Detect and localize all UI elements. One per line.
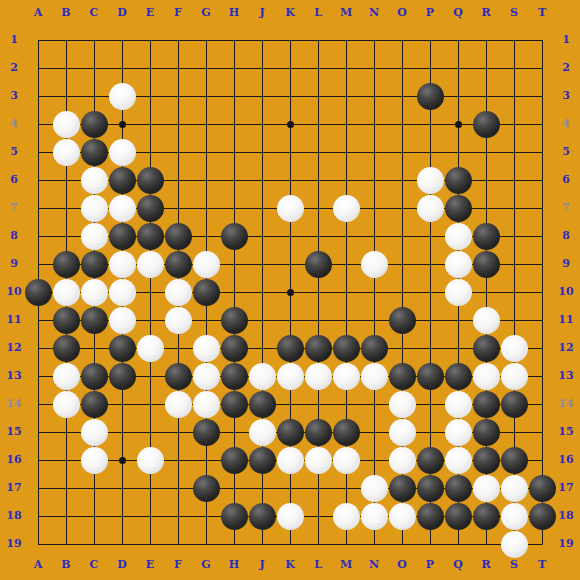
intersection-P10[interactable] <box>416 278 444 306</box>
intersection-D13[interactable] <box>108 362 136 390</box>
intersection-A17[interactable] <box>24 474 52 502</box>
intersection-F19[interactable] <box>164 530 192 558</box>
intersection-H17[interactable] <box>220 474 248 502</box>
intersection-A9[interactable] <box>24 250 52 278</box>
intersection-P15[interactable] <box>416 418 444 446</box>
intersection-F1[interactable] <box>164 26 192 54</box>
intersection-L5[interactable] <box>304 138 332 166</box>
intersection-D19[interactable] <box>108 530 136 558</box>
intersection-P16[interactable] <box>416 446 444 474</box>
intersection-M1[interactable] <box>332 26 360 54</box>
intersection-R19[interactable] <box>472 530 500 558</box>
intersection-Q17[interactable] <box>444 474 472 502</box>
intersection-L13[interactable] <box>304 362 332 390</box>
intersection-T17[interactable] <box>528 474 556 502</box>
intersection-G1[interactable] <box>192 26 220 54</box>
intersection-S18[interactable] <box>500 502 528 530</box>
intersection-H19[interactable] <box>220 530 248 558</box>
intersection-J17[interactable] <box>248 474 276 502</box>
intersection-A4[interactable] <box>24 110 52 138</box>
intersection-T11[interactable] <box>528 306 556 334</box>
intersection-T3[interactable] <box>528 82 556 110</box>
intersection-K19[interactable] <box>276 530 304 558</box>
intersection-P3[interactable] <box>416 82 444 110</box>
intersection-G13[interactable] <box>192 362 220 390</box>
intersection-J3[interactable] <box>248 82 276 110</box>
intersection-S5[interactable] <box>500 138 528 166</box>
intersection-R14[interactable] <box>472 390 500 418</box>
intersection-F9[interactable] <box>164 250 192 278</box>
intersection-A19[interactable] <box>24 530 52 558</box>
intersection-H3[interactable] <box>220 82 248 110</box>
intersection-G17[interactable] <box>192 474 220 502</box>
intersection-P8[interactable] <box>416 222 444 250</box>
intersection-C2[interactable] <box>80 54 108 82</box>
intersection-F7[interactable] <box>164 194 192 222</box>
intersection-T4[interactable] <box>528 110 556 138</box>
intersection-P9[interactable] <box>416 250 444 278</box>
intersection-J9[interactable] <box>248 250 276 278</box>
intersection-G2[interactable] <box>192 54 220 82</box>
intersection-C13[interactable] <box>80 362 108 390</box>
intersection-H15[interactable] <box>220 418 248 446</box>
intersection-S13[interactable] <box>500 362 528 390</box>
intersection-T8[interactable] <box>528 222 556 250</box>
intersection-H7[interactable] <box>220 194 248 222</box>
intersection-N15[interactable] <box>360 418 388 446</box>
intersection-D2[interactable] <box>108 54 136 82</box>
intersection-P17[interactable] <box>416 474 444 502</box>
intersection-M2[interactable] <box>332 54 360 82</box>
intersection-L6[interactable] <box>304 166 332 194</box>
intersection-N18[interactable] <box>360 502 388 530</box>
intersection-J6[interactable] <box>248 166 276 194</box>
intersection-F6[interactable] <box>164 166 192 194</box>
intersection-B6[interactable] <box>52 166 80 194</box>
intersection-Q18[interactable] <box>444 502 472 530</box>
intersection-K2[interactable] <box>276 54 304 82</box>
intersection-C14[interactable] <box>80 390 108 418</box>
intersection-E14[interactable] <box>136 390 164 418</box>
intersection-J11[interactable] <box>248 306 276 334</box>
intersection-H4[interactable] <box>220 110 248 138</box>
intersection-J2[interactable] <box>248 54 276 82</box>
intersection-O4[interactable] <box>388 110 416 138</box>
intersection-S14[interactable] <box>500 390 528 418</box>
intersection-F17[interactable] <box>164 474 192 502</box>
intersection-K11[interactable] <box>276 306 304 334</box>
intersection-L16[interactable] <box>304 446 332 474</box>
intersection-E3[interactable] <box>136 82 164 110</box>
intersection-J19[interactable] <box>248 530 276 558</box>
intersection-S7[interactable] <box>500 194 528 222</box>
intersection-J5[interactable] <box>248 138 276 166</box>
intersection-H12[interactable] <box>220 334 248 362</box>
intersection-C8[interactable] <box>80 222 108 250</box>
intersection-L17[interactable] <box>304 474 332 502</box>
intersection-M11[interactable] <box>332 306 360 334</box>
intersection-R16[interactable] <box>472 446 500 474</box>
intersection-H18[interactable] <box>220 502 248 530</box>
intersection-L9[interactable] <box>304 250 332 278</box>
intersection-M17[interactable] <box>332 474 360 502</box>
intersection-L2[interactable] <box>304 54 332 82</box>
intersection-B15[interactable] <box>52 418 80 446</box>
intersection-P2[interactable] <box>416 54 444 82</box>
intersection-S3[interactable] <box>500 82 528 110</box>
intersection-O19[interactable] <box>388 530 416 558</box>
intersection-A16[interactable] <box>24 446 52 474</box>
intersection-O13[interactable] <box>388 362 416 390</box>
intersection-P6[interactable] <box>416 166 444 194</box>
intersection-L11[interactable] <box>304 306 332 334</box>
intersection-D3[interactable] <box>108 82 136 110</box>
intersection-F13[interactable] <box>164 362 192 390</box>
intersection-N16[interactable] <box>360 446 388 474</box>
intersection-K13[interactable] <box>276 362 304 390</box>
intersection-N6[interactable] <box>360 166 388 194</box>
intersection-R12[interactable] <box>472 334 500 362</box>
intersection-K3[interactable] <box>276 82 304 110</box>
intersection-G18[interactable] <box>192 502 220 530</box>
intersection-A13[interactable] <box>24 362 52 390</box>
intersection-J15[interactable] <box>248 418 276 446</box>
intersection-H13[interactable] <box>220 362 248 390</box>
intersection-Q12[interactable] <box>444 334 472 362</box>
intersection-S6[interactable] <box>500 166 528 194</box>
intersection-Q9[interactable] <box>444 250 472 278</box>
intersection-O3[interactable] <box>388 82 416 110</box>
intersection-M10[interactable] <box>332 278 360 306</box>
intersection-P7[interactable] <box>416 194 444 222</box>
intersection-P11[interactable] <box>416 306 444 334</box>
intersection-T18[interactable] <box>528 502 556 530</box>
intersection-M9[interactable] <box>332 250 360 278</box>
intersection-B18[interactable] <box>52 502 80 530</box>
intersection-G4[interactable] <box>192 110 220 138</box>
intersection-J16[interactable] <box>248 446 276 474</box>
intersection-R9[interactable] <box>472 250 500 278</box>
intersection-H10[interactable] <box>220 278 248 306</box>
intersection-D17[interactable] <box>108 474 136 502</box>
intersection-P19[interactable] <box>416 530 444 558</box>
intersection-O11[interactable] <box>388 306 416 334</box>
intersection-T15[interactable] <box>528 418 556 446</box>
intersection-N13[interactable] <box>360 362 388 390</box>
intersection-A7[interactable] <box>24 194 52 222</box>
intersection-O16[interactable] <box>388 446 416 474</box>
intersection-F18[interactable] <box>164 502 192 530</box>
intersection-D14[interactable] <box>108 390 136 418</box>
intersection-T1[interactable] <box>528 26 556 54</box>
intersection-E11[interactable] <box>136 306 164 334</box>
intersection-B2[interactable] <box>52 54 80 82</box>
intersection-O8[interactable] <box>388 222 416 250</box>
intersection-M7[interactable] <box>332 194 360 222</box>
intersection-N2[interactable] <box>360 54 388 82</box>
intersection-S15[interactable] <box>500 418 528 446</box>
intersection-E8[interactable] <box>136 222 164 250</box>
intersection-B13[interactable] <box>52 362 80 390</box>
intersection-L4[interactable] <box>304 110 332 138</box>
intersection-F15[interactable] <box>164 418 192 446</box>
intersection-C5[interactable] <box>80 138 108 166</box>
intersection-P1[interactable] <box>416 26 444 54</box>
intersection-A1[interactable] <box>24 26 52 54</box>
intersection-Q10[interactable] <box>444 278 472 306</box>
intersection-T12[interactable] <box>528 334 556 362</box>
intersection-J13[interactable] <box>248 362 276 390</box>
intersection-E10[interactable] <box>136 278 164 306</box>
intersection-S17[interactable] <box>500 474 528 502</box>
intersection-R2[interactable] <box>472 54 500 82</box>
intersection-K10[interactable] <box>276 278 304 306</box>
intersection-O15[interactable] <box>388 418 416 446</box>
intersection-M5[interactable] <box>332 138 360 166</box>
intersection-T19[interactable] <box>528 530 556 558</box>
intersection-K12[interactable] <box>276 334 304 362</box>
intersection-D15[interactable] <box>108 418 136 446</box>
intersection-C12[interactable] <box>80 334 108 362</box>
intersection-C10[interactable] <box>80 278 108 306</box>
intersection-P12[interactable] <box>416 334 444 362</box>
intersection-T5[interactable] <box>528 138 556 166</box>
intersection-B16[interactable] <box>52 446 80 474</box>
intersection-E16[interactable] <box>136 446 164 474</box>
intersection-Q1[interactable] <box>444 26 472 54</box>
intersection-F2[interactable] <box>164 54 192 82</box>
intersection-L18[interactable] <box>304 502 332 530</box>
intersection-B9[interactable] <box>52 250 80 278</box>
intersection-K4[interactable] <box>276 110 304 138</box>
intersection-R4[interactable] <box>472 110 500 138</box>
intersection-T10[interactable] <box>528 278 556 306</box>
intersection-E4[interactable] <box>136 110 164 138</box>
intersection-D9[interactable] <box>108 250 136 278</box>
intersection-S1[interactable] <box>500 26 528 54</box>
intersection-C17[interactable] <box>80 474 108 502</box>
intersection-A12[interactable] <box>24 334 52 362</box>
intersection-B10[interactable] <box>52 278 80 306</box>
intersection-R13[interactable] <box>472 362 500 390</box>
intersection-J4[interactable] <box>248 110 276 138</box>
intersection-F8[interactable] <box>164 222 192 250</box>
intersection-D12[interactable] <box>108 334 136 362</box>
intersection-M6[interactable] <box>332 166 360 194</box>
intersection-Q16[interactable] <box>444 446 472 474</box>
intersection-S9[interactable] <box>500 250 528 278</box>
intersection-A18[interactable] <box>24 502 52 530</box>
intersection-G9[interactable] <box>192 250 220 278</box>
intersection-J1[interactable] <box>248 26 276 54</box>
intersection-P13[interactable] <box>416 362 444 390</box>
intersection-M14[interactable] <box>332 390 360 418</box>
intersection-T13[interactable] <box>528 362 556 390</box>
intersection-A2[interactable] <box>24 54 52 82</box>
intersection-E12[interactable] <box>136 334 164 362</box>
intersection-N1[interactable] <box>360 26 388 54</box>
intersection-L14[interactable] <box>304 390 332 418</box>
intersection-O5[interactable] <box>388 138 416 166</box>
intersection-C9[interactable] <box>80 250 108 278</box>
intersection-N12[interactable] <box>360 334 388 362</box>
intersection-K17[interactable] <box>276 474 304 502</box>
intersection-O9[interactable] <box>388 250 416 278</box>
intersection-H16[interactable] <box>220 446 248 474</box>
intersection-M16[interactable] <box>332 446 360 474</box>
intersection-K15[interactable] <box>276 418 304 446</box>
intersection-G12[interactable] <box>192 334 220 362</box>
intersection-R18[interactable] <box>472 502 500 530</box>
intersection-E1[interactable] <box>136 26 164 54</box>
intersection-J12[interactable] <box>248 334 276 362</box>
intersection-D4[interactable] <box>108 110 136 138</box>
intersection-B7[interactable] <box>52 194 80 222</box>
intersection-D5[interactable] <box>108 138 136 166</box>
intersection-T6[interactable] <box>528 166 556 194</box>
intersection-Q3[interactable] <box>444 82 472 110</box>
intersection-N4[interactable] <box>360 110 388 138</box>
intersection-Q15[interactable] <box>444 418 472 446</box>
intersection-G16[interactable] <box>192 446 220 474</box>
intersection-K6[interactable] <box>276 166 304 194</box>
intersection-G14[interactable] <box>192 390 220 418</box>
intersection-E17[interactable] <box>136 474 164 502</box>
intersection-Q11[interactable] <box>444 306 472 334</box>
intersection-N14[interactable] <box>360 390 388 418</box>
intersection-C7[interactable] <box>80 194 108 222</box>
intersection-K1[interactable] <box>276 26 304 54</box>
intersection-H2[interactable] <box>220 54 248 82</box>
intersection-L3[interactable] <box>304 82 332 110</box>
intersection-T16[interactable] <box>528 446 556 474</box>
intersection-R15[interactable] <box>472 418 500 446</box>
intersection-R1[interactable] <box>472 26 500 54</box>
intersection-A14[interactable] <box>24 390 52 418</box>
intersection-A10[interactable] <box>24 278 52 306</box>
intersection-E19[interactable] <box>136 530 164 558</box>
intersection-N8[interactable] <box>360 222 388 250</box>
intersection-F12[interactable] <box>164 334 192 362</box>
intersection-M18[interactable] <box>332 502 360 530</box>
intersection-F5[interactable] <box>164 138 192 166</box>
intersection-R11[interactable] <box>472 306 500 334</box>
intersection-Q2[interactable] <box>444 54 472 82</box>
intersection-S10[interactable] <box>500 278 528 306</box>
intersection-E18[interactable] <box>136 502 164 530</box>
intersection-B11[interactable] <box>52 306 80 334</box>
intersection-P4[interactable] <box>416 110 444 138</box>
intersection-N19[interactable] <box>360 530 388 558</box>
intersection-S19[interactable] <box>500 530 528 558</box>
intersection-H8[interactable] <box>220 222 248 250</box>
intersection-S12[interactable] <box>500 334 528 362</box>
intersection-B12[interactable] <box>52 334 80 362</box>
intersection-D6[interactable] <box>108 166 136 194</box>
intersection-Q4[interactable] <box>444 110 472 138</box>
intersection-Q5[interactable] <box>444 138 472 166</box>
intersection-M3[interactable] <box>332 82 360 110</box>
intersection-A5[interactable] <box>24 138 52 166</box>
intersection-F4[interactable] <box>164 110 192 138</box>
intersection-N3[interactable] <box>360 82 388 110</box>
intersection-K18[interactable] <box>276 502 304 530</box>
intersection-S8[interactable] <box>500 222 528 250</box>
intersection-E7[interactable] <box>136 194 164 222</box>
intersection-P14[interactable] <box>416 390 444 418</box>
intersection-G10[interactable] <box>192 278 220 306</box>
intersection-N9[interactable] <box>360 250 388 278</box>
intersection-A6[interactable] <box>24 166 52 194</box>
intersection-C1[interactable] <box>80 26 108 54</box>
intersection-D1[interactable] <box>108 26 136 54</box>
intersection-G8[interactable] <box>192 222 220 250</box>
intersection-C16[interactable] <box>80 446 108 474</box>
intersection-T14[interactable] <box>528 390 556 418</box>
intersection-D10[interactable] <box>108 278 136 306</box>
intersection-D8[interactable] <box>108 222 136 250</box>
intersection-B8[interactable] <box>52 222 80 250</box>
intersection-S16[interactable] <box>500 446 528 474</box>
intersection-N5[interactable] <box>360 138 388 166</box>
intersection-D7[interactable] <box>108 194 136 222</box>
intersection-H11[interactable] <box>220 306 248 334</box>
intersection-A11[interactable] <box>24 306 52 334</box>
intersection-A3[interactable] <box>24 82 52 110</box>
intersection-C18[interactable] <box>80 502 108 530</box>
intersection-H1[interactable] <box>220 26 248 54</box>
intersection-L15[interactable] <box>304 418 332 446</box>
intersection-J8[interactable] <box>248 222 276 250</box>
intersection-K7[interactable] <box>276 194 304 222</box>
intersection-E15[interactable] <box>136 418 164 446</box>
intersection-C4[interactable] <box>80 110 108 138</box>
intersection-B17[interactable] <box>52 474 80 502</box>
intersection-M4[interactable] <box>332 110 360 138</box>
intersection-Q14[interactable] <box>444 390 472 418</box>
intersection-C11[interactable] <box>80 306 108 334</box>
intersection-L12[interactable] <box>304 334 332 362</box>
intersection-F10[interactable] <box>164 278 192 306</box>
intersection-T9[interactable] <box>528 250 556 278</box>
intersection-L1[interactable] <box>304 26 332 54</box>
intersection-E2[interactable] <box>136 54 164 82</box>
intersection-C19[interactable] <box>80 530 108 558</box>
intersection-F11[interactable] <box>164 306 192 334</box>
intersection-O14[interactable] <box>388 390 416 418</box>
intersection-O2[interactable] <box>388 54 416 82</box>
intersection-G5[interactable] <box>192 138 220 166</box>
intersection-E13[interactable] <box>136 362 164 390</box>
intersection-Q6[interactable] <box>444 166 472 194</box>
intersection-B14[interactable] <box>52 390 80 418</box>
intersection-J18[interactable] <box>248 502 276 530</box>
intersection-E5[interactable] <box>136 138 164 166</box>
intersection-F16[interactable] <box>164 446 192 474</box>
intersection-B4[interactable] <box>52 110 80 138</box>
intersection-B5[interactable] <box>52 138 80 166</box>
intersection-R6[interactable] <box>472 166 500 194</box>
intersection-D16[interactable] <box>108 446 136 474</box>
intersection-H5[interactable] <box>220 138 248 166</box>
intersection-M8[interactable] <box>332 222 360 250</box>
intersection-R17[interactable] <box>472 474 500 502</box>
intersection-O7[interactable] <box>388 194 416 222</box>
intersection-R3[interactable] <box>472 82 500 110</box>
intersection-L8[interactable] <box>304 222 332 250</box>
intersection-K16[interactable] <box>276 446 304 474</box>
intersection-T2[interactable] <box>528 54 556 82</box>
